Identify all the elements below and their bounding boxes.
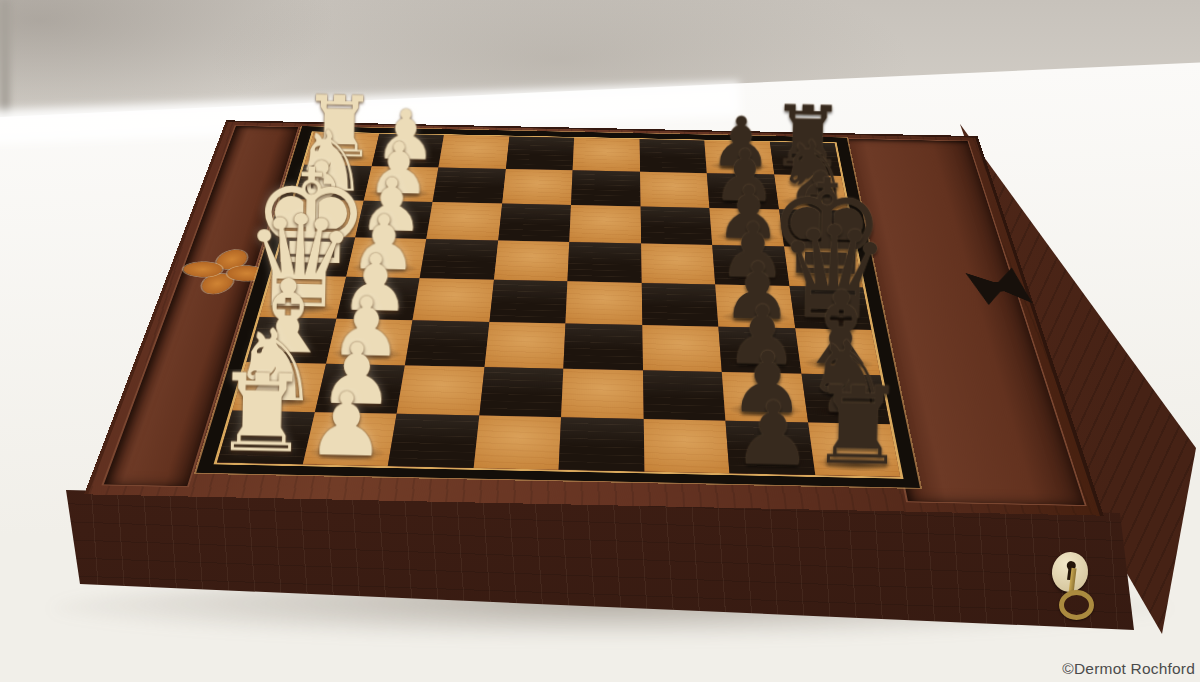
square-b6[interactable]	[643, 370, 726, 420]
square-g5[interactable]	[571, 170, 640, 206]
square-a2[interactable]: ♟	[302, 412, 396, 466]
square-f6[interactable]	[640, 206, 712, 244]
square-e6[interactable]	[641, 243, 715, 284]
photo-scene: ♜♟♟♜♞♟♟♞♝♟♟♝♚♟♟♚♛♟♟♛♝♟♟♝♞♟♟♞♜♟♟♜ ©Dermot…	[0, 0, 1200, 682]
square-f3[interactable]	[426, 202, 501, 240]
square-a8[interactable]: ♜	[808, 422, 901, 476]
square-g3[interactable]	[433, 168, 506, 204]
square-h5[interactable]	[573, 138, 640, 172]
square-f4[interactable]	[498, 204, 571, 242]
square-c4[interactable]	[484, 322, 565, 369]
square-e3[interactable]	[420, 239, 498, 280]
square-c6[interactable]	[642, 325, 722, 372]
square-h4[interactable]	[506, 136, 575, 170]
square-g4[interactable]	[502, 169, 573, 205]
square-e4[interactable]	[494, 240, 570, 281]
box-top-face: ♜♟♟♜♞♟♟♞♝♟♟♝♚♟♟♚♛♟♟♛♝♟♟♝♞♟♟♞♜♟♟♜	[84, 120, 1104, 515]
white-pawn[interactable]: ♟	[306, 386, 386, 462]
square-a3[interactable]	[388, 414, 479, 468]
black-rook[interactable]: ♜	[809, 380, 907, 473]
square-a1[interactable]: ♜	[217, 410, 314, 464]
square-g6[interactable]	[640, 172, 710, 208]
square-d3[interactable]	[413, 278, 494, 322]
square-c5[interactable]	[563, 324, 642, 371]
square-d4[interactable]	[489, 280, 567, 324]
square-c3[interactable]	[405, 320, 489, 367]
square-f5[interactable]	[569, 205, 640, 243]
square-b4[interactable]	[479, 367, 563, 417]
watermark-credit: ©Dermot Rochford	[1062, 660, 1195, 678]
square-d5[interactable]	[565, 281, 641, 325]
black-pawn[interactable]: ♟	[732, 395, 812, 471]
square-b3[interactable]	[397, 365, 484, 415]
chess-board: ♜♟♟♜♞♟♟♞♝♟♟♝♚♟♟♚♛♟♟♛♝♟♟♝♞♟♟♞♜♟♟♜	[214, 131, 904, 478]
square-a6[interactable]	[643, 419, 729, 473]
brass-key-icon[interactable]	[1059, 590, 1094, 620]
white-rook[interactable]: ♜	[213, 368, 311, 461]
square-a7[interactable]: ♟	[725, 421, 814, 475]
square-h6[interactable]	[639, 139, 707, 173]
square-a4[interactable]	[473, 416, 561, 470]
square-d6[interactable]	[641, 283, 718, 327]
square-e5[interactable]	[567, 242, 641, 283]
square-h3[interactable]	[438, 135, 509, 169]
board-3d-wrapper: ♜♟♟♜♞♟♟♞♝♟♟♝♚♟♟♚♛♟♟♛♝♟♟♝♞♟♟♞♜♟♟♜	[84, 120, 1104, 515]
square-a5[interactable]	[559, 417, 644, 471]
square-b5[interactable]	[561, 369, 643, 419]
